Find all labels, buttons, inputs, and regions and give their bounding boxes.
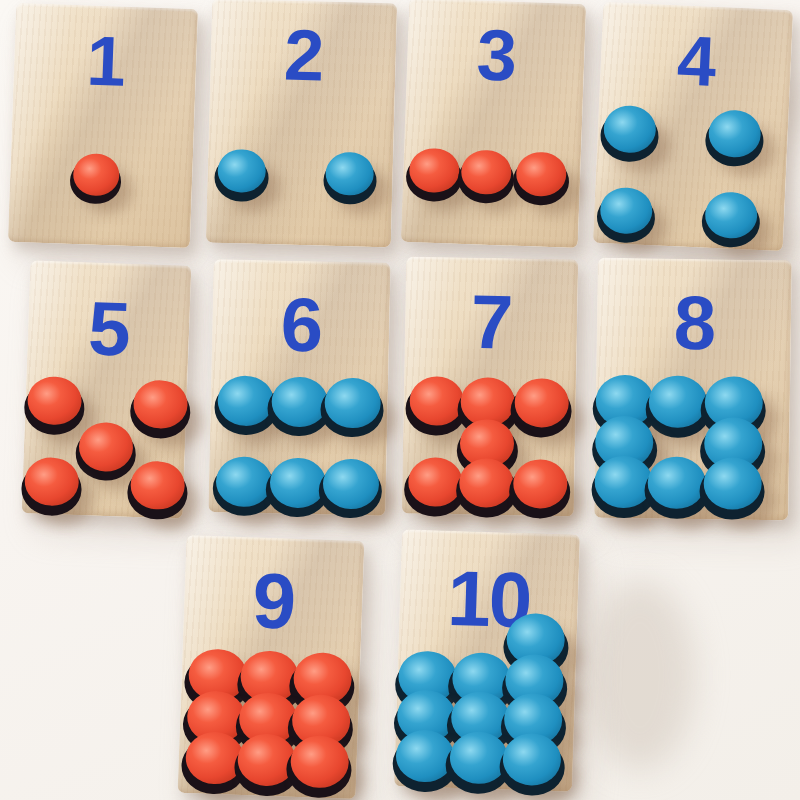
- blue-peg[interactable]: [271, 382, 328, 431]
- blue-peg[interactable]: [599, 192, 653, 239]
- counting-board-5: 5: [22, 260, 192, 518]
- blue-peg[interactable]: [322, 464, 379, 513]
- red-peg[interactable]: [512, 465, 567, 513]
- red-peg[interactable]: [289, 741, 349, 793]
- cast-shadow: [585, 580, 695, 770]
- board-number: 8: [596, 284, 791, 363]
- counting-board-7: 7: [402, 257, 578, 517]
- counting-board-2: 2: [206, 0, 397, 247]
- board-number: 5: [27, 288, 191, 370]
- blue-peg[interactable]: [603, 110, 657, 157]
- red-peg[interactable]: [408, 152, 459, 197]
- blue-peg[interactable]: [704, 196, 758, 243]
- counting-board-3: 3: [401, 0, 586, 248]
- peg-dome: [217, 148, 266, 193]
- red-peg[interactable]: [515, 156, 566, 201]
- board-number: 2: [210, 17, 397, 94]
- counting-board-4: 4: [593, 2, 793, 251]
- counting-board-6: 6: [208, 259, 390, 516]
- red-peg[interactable]: [78, 427, 134, 476]
- counting-board-9: 9: [178, 535, 365, 799]
- red-peg[interactable]: [408, 463, 463, 511]
- board-number: 1: [13, 23, 197, 99]
- red-peg[interactable]: [461, 154, 512, 199]
- blue-peg[interactable]: [218, 381, 275, 430]
- board-number: 4: [599, 22, 792, 100]
- blue-peg[interactable]: [707, 114, 761, 161]
- blue-peg[interactable]: [217, 154, 266, 197]
- board-number: 3: [406, 16, 585, 94]
- red-peg[interactable]: [24, 462, 80, 511]
- scene: 12345678910: [0, 0, 800, 800]
- red-peg[interactable]: [130, 466, 186, 515]
- red-peg[interactable]: [409, 382, 464, 430]
- red-peg[interactable]: [514, 384, 569, 432]
- board-number: 6: [212, 285, 391, 365]
- blue-peg[interactable]: [648, 462, 707, 513]
- blue-peg[interactable]: [216, 462, 273, 511]
- red-peg[interactable]: [459, 464, 514, 512]
- red-peg[interactable]: [27, 381, 83, 430]
- blue-peg[interactable]: [269, 463, 326, 512]
- board-number: 9: [183, 559, 364, 643]
- blue-peg[interactable]: [649, 382, 708, 433]
- blue-peg[interactable]: [324, 383, 381, 432]
- blue-peg[interactable]: [502, 739, 562, 791]
- counting-board-8: 8: [594, 258, 792, 521]
- counting-board-10: 10: [394, 529, 580, 791]
- blue-peg[interactable]: [325, 156, 374, 199]
- red-peg[interactable]: [72, 158, 119, 200]
- blue-peg[interactable]: [703, 463, 762, 514]
- red-peg[interactable]: [133, 385, 189, 434]
- counting-board-1: 1: [8, 3, 198, 248]
- board-number: 7: [404, 283, 577, 362]
